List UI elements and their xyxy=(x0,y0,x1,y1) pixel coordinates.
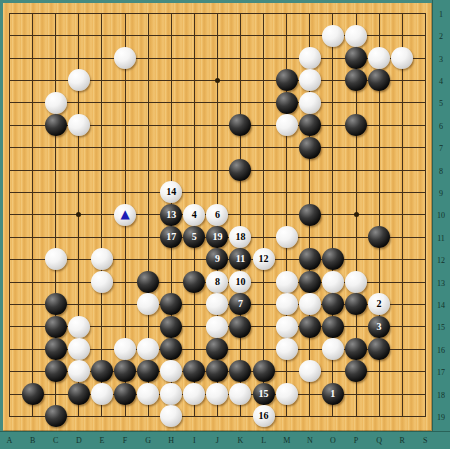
stone-white[interactable] xyxy=(345,25,367,47)
stone-black[interactable] xyxy=(322,248,344,270)
row-label: 9 xyxy=(433,189,449,198)
column-label: H xyxy=(164,436,178,445)
stone-black[interactable] xyxy=(45,338,67,360)
stone-black[interactable] xyxy=(368,338,390,360)
row-label: 1 xyxy=(433,10,449,19)
stone-white[interactable] xyxy=(368,47,390,69)
stone-black[interactable] xyxy=(299,271,321,293)
stone-white[interactable] xyxy=(160,405,182,427)
stone-black[interactable] xyxy=(160,316,182,338)
move-number-label: 18 xyxy=(235,232,245,242)
column-label: J xyxy=(210,436,224,445)
move-number-label: 11 xyxy=(236,254,245,264)
row-label: 2 xyxy=(433,32,449,41)
stone-white[interactable] xyxy=(114,338,136,360)
stone-white[interactable] xyxy=(276,316,298,338)
column-label: Q xyxy=(372,436,386,445)
stone-white[interactable]: 4 xyxy=(183,204,205,226)
stone-white[interactable] xyxy=(206,293,228,315)
stone-black[interactable] xyxy=(68,383,90,405)
row-label: 19 xyxy=(433,413,449,422)
column-label: R xyxy=(395,436,409,445)
stone-black[interactable] xyxy=(114,383,136,405)
stone-black[interactable] xyxy=(206,360,228,382)
stone-white[interactable]: 14 xyxy=(160,181,182,203)
stone-black[interactable]: 11 xyxy=(229,248,251,270)
column-label: C xyxy=(49,436,63,445)
stone-white[interactable] xyxy=(276,293,298,315)
stone-black[interactable] xyxy=(137,360,159,382)
column-label: E xyxy=(95,436,109,445)
stone-white[interactable] xyxy=(322,338,344,360)
move-number-label: 10 xyxy=(235,277,245,287)
stone-black[interactable]: 15 xyxy=(253,383,275,405)
stone-white[interactable] xyxy=(68,316,90,338)
row-label: 6 xyxy=(433,122,449,131)
stone-black[interactable] xyxy=(345,114,367,136)
move-number-label: 12 xyxy=(259,254,269,264)
stone-white[interactable] xyxy=(45,92,67,114)
stone-black[interactable] xyxy=(345,47,367,69)
stone-black[interactable]: 5 xyxy=(183,226,205,248)
column-label: N xyxy=(303,436,317,445)
column-label: M xyxy=(280,436,294,445)
move-number-label: 4 xyxy=(192,210,197,220)
stone-black[interactable] xyxy=(345,360,367,382)
stone-white[interactable] xyxy=(299,92,321,114)
stone-white[interactable] xyxy=(229,383,251,405)
triangle-marker-icon: ▲ xyxy=(120,208,129,220)
row-label: 17 xyxy=(433,368,449,377)
row-label: 16 xyxy=(433,346,449,355)
row-label: 8 xyxy=(433,167,449,176)
stone-black[interactable] xyxy=(276,92,298,114)
row-label: 15 xyxy=(433,323,449,332)
stone-black[interactable] xyxy=(299,248,321,270)
stone-white[interactable] xyxy=(91,383,113,405)
stone-black[interactable] xyxy=(229,159,251,181)
stones-layer: 14▲134617519189111281072315116 xyxy=(0,2,437,428)
move-number-label: 17 xyxy=(166,232,176,242)
move-number-label: 5 xyxy=(192,232,197,242)
stone-black[interactable]: 19 xyxy=(206,226,228,248)
stone-black[interactable] xyxy=(229,114,251,136)
stone-white[interactable]: 18 xyxy=(229,226,251,248)
stone-white[interactable] xyxy=(68,360,90,382)
stone-white[interactable] xyxy=(299,360,321,382)
stone-black[interactable] xyxy=(322,293,344,315)
move-number-label: 13 xyxy=(166,210,176,220)
stone-black[interactable]: 13 xyxy=(160,204,182,226)
stone-black[interactable]: 3 xyxy=(368,316,390,338)
stone-black[interactable] xyxy=(160,338,182,360)
stone-white[interactable] xyxy=(137,293,159,315)
move-number-label: 2 xyxy=(377,299,382,309)
column-label: I xyxy=(187,436,201,445)
column-label: B xyxy=(26,436,40,445)
stone-white[interactable] xyxy=(276,383,298,405)
stone-black[interactable] xyxy=(229,316,251,338)
stone-black[interactable] xyxy=(45,293,67,315)
stone-white[interactable] xyxy=(276,271,298,293)
stone-black[interactable] xyxy=(114,360,136,382)
row-label: 18 xyxy=(433,391,449,400)
column-label: A xyxy=(3,436,17,445)
stone-black[interactable] xyxy=(45,360,67,382)
move-number-label: 3 xyxy=(377,322,382,332)
stone-white[interactable] xyxy=(45,248,67,270)
column-label: D xyxy=(72,436,86,445)
move-number-label: 7 xyxy=(238,299,243,309)
stone-white[interactable] xyxy=(299,69,321,91)
stone-white[interactable] xyxy=(322,271,344,293)
stone-white[interactable] xyxy=(276,226,298,248)
stone-white[interactable] xyxy=(206,316,228,338)
stone-black[interactable] xyxy=(137,271,159,293)
stone-black[interactable] xyxy=(91,360,113,382)
stone-black[interactable] xyxy=(183,271,205,293)
stone-black[interactable]: 7 xyxy=(229,293,251,315)
stone-black[interactable] xyxy=(160,293,182,315)
stone-black[interactable] xyxy=(45,316,67,338)
move-number-label: 8 xyxy=(215,277,220,287)
stone-white[interactable] xyxy=(276,338,298,360)
stone-white[interactable] xyxy=(345,271,367,293)
row-label: 13 xyxy=(433,279,449,288)
column-label: F xyxy=(118,436,132,445)
stone-white[interactable] xyxy=(299,47,321,69)
stone-black[interactable] xyxy=(345,338,367,360)
stone-black[interactable] xyxy=(345,293,367,315)
stone-black[interactable] xyxy=(299,316,321,338)
column-label: O xyxy=(326,436,340,445)
stone-white[interactable] xyxy=(68,114,90,136)
column-label: S xyxy=(418,436,432,445)
stone-white[interactable] xyxy=(391,47,413,69)
row-label: 7 xyxy=(433,144,449,153)
row-label: 3 xyxy=(433,55,449,64)
row-label: 14 xyxy=(433,301,449,310)
column-label: P xyxy=(349,436,363,445)
stone-white[interactable]: 12 xyxy=(253,248,275,270)
stone-black[interactable] xyxy=(22,383,44,405)
row-label: 10 xyxy=(433,211,449,220)
stone-black[interactable] xyxy=(345,69,367,91)
stone-black[interactable] xyxy=(276,69,298,91)
column-label: L xyxy=(257,436,271,445)
stone-white[interactable] xyxy=(322,25,344,47)
row-label: 11 xyxy=(433,234,449,243)
row-label: 5 xyxy=(433,99,449,108)
stone-white[interactable]: 8 xyxy=(206,271,228,293)
stone-white[interactable] xyxy=(91,248,113,270)
stone-white[interactable] xyxy=(137,383,159,405)
stone-black[interactable] xyxy=(299,114,321,136)
stone-white[interactable] xyxy=(299,293,321,315)
row-label: 12 xyxy=(433,256,449,265)
stone-black[interactable]: 1 xyxy=(322,383,344,405)
stone-white[interactable] xyxy=(114,47,136,69)
stone-white[interactable] xyxy=(160,360,182,382)
stone-black[interactable] xyxy=(45,405,67,427)
stone-black[interactable] xyxy=(229,360,251,382)
stone-white[interactable] xyxy=(68,69,90,91)
stone-black[interactable] xyxy=(299,137,321,159)
stone-black[interactable] xyxy=(45,114,67,136)
go-kifu-diagram: 14▲134617519189111281072315116 ABCDEFGHI… xyxy=(0,0,450,449)
row-label: 4 xyxy=(433,77,449,86)
move-number-label: 14 xyxy=(166,187,176,197)
move-number-label: 9 xyxy=(215,254,220,264)
stone-white[interactable]: 6 xyxy=(206,204,228,226)
stone-black[interactable] xyxy=(206,338,228,360)
stone-black[interactable] xyxy=(299,204,321,226)
stone-black[interactable]: 17 xyxy=(160,226,182,248)
stone-black[interactable]: 9 xyxy=(206,248,228,270)
move-number-label: 19 xyxy=(212,232,222,242)
column-label: G xyxy=(141,436,155,445)
move-number-label: 6 xyxy=(215,210,220,220)
stone-white[interactable] xyxy=(91,271,113,293)
stone-white[interactable]: 16 xyxy=(253,405,275,427)
stone-white[interactable] xyxy=(137,338,159,360)
stone-black[interactable] xyxy=(368,226,390,248)
move-number-label: 15 xyxy=(259,389,269,399)
move-number-label: 16 xyxy=(259,411,269,421)
move-number-label: 1 xyxy=(330,389,335,399)
stone-black[interactable] xyxy=(322,316,344,338)
stone-white[interactable]: 2 xyxy=(368,293,390,315)
stone-white[interactable]: ▲ xyxy=(114,204,136,226)
stone-white[interactable]: 10 xyxy=(229,271,251,293)
stone-white[interactable] xyxy=(68,338,90,360)
stone-white[interactable] xyxy=(206,383,228,405)
stone-white[interactable] xyxy=(183,383,205,405)
stone-white[interactable] xyxy=(276,114,298,136)
stone-black[interactable] xyxy=(183,360,205,382)
stone-black[interactable] xyxy=(368,69,390,91)
stone-white[interactable] xyxy=(160,383,182,405)
column-label: K xyxy=(234,436,248,445)
stone-black[interactable] xyxy=(253,360,275,382)
